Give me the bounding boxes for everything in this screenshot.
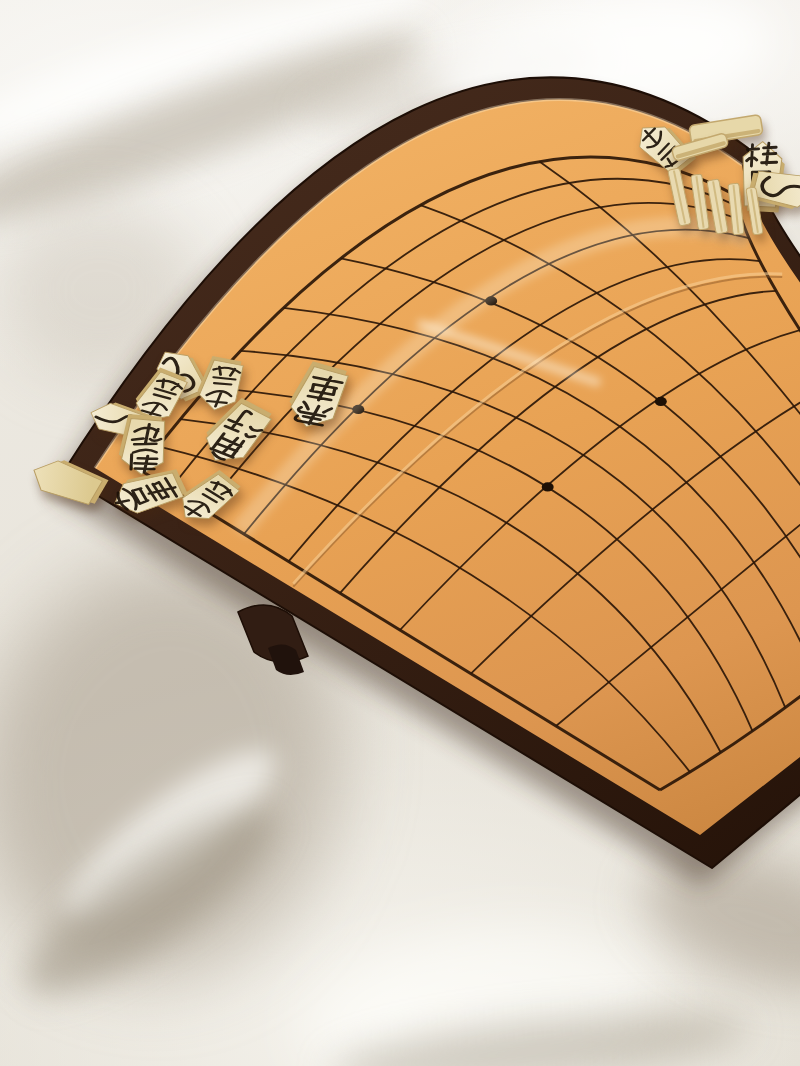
shogi-piece-edge-1[interactable] bbox=[673, 168, 686, 226]
shogi-piece-flat-2[interactable] bbox=[671, 139, 729, 155]
shogi-piece-edge-3[interactable] bbox=[711, 179, 724, 234]
shogi-piece-edge-2[interactable] bbox=[694, 174, 706, 230]
shogi-piece-rook[interactable] bbox=[287, 374, 345, 437]
shogi-piece-pawn-3[interactable] bbox=[178, 478, 226, 530]
pieces-layer bbox=[0, 0, 800, 1066]
shogi-piece-edge-5[interactable] bbox=[749, 187, 760, 235]
shogi-piece-bishop[interactable] bbox=[202, 410, 260, 473]
shogi-piece-face-down[interactable] bbox=[32, 450, 84, 508]
shogi-piece-edge-4[interactable] bbox=[730, 183, 742, 235]
shogi-piece-tokin-2[interactable] bbox=[767, 161, 800, 218]
shogi-piece-lance[interactable] bbox=[113, 468, 165, 525]
photo-scene bbox=[0, 0, 800, 1066]
